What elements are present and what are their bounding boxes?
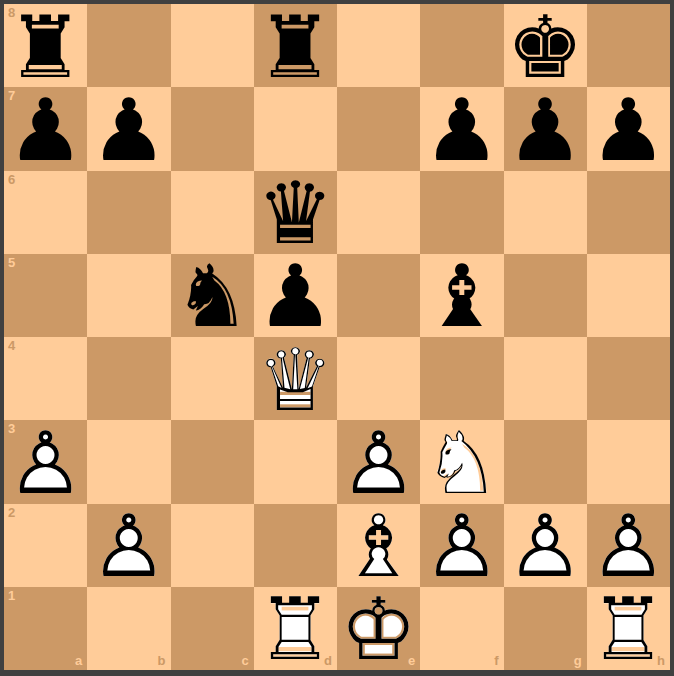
square-a3[interactable]: 3♟♙ [4,420,87,503]
square-e2[interactable]: ♝♗ [337,504,420,587]
white-piece-fill: ♞ [420,421,503,504]
file-label-f: f [494,653,498,668]
square-f6[interactable] [420,171,503,254]
square-e4[interactable] [337,337,420,420]
white-piece-fill: ♝ [337,505,420,588]
piece-black-queen[interactable]: ♛ [254,171,337,254]
square-h3[interactable] [587,420,670,503]
square-g3[interactable] [504,420,587,503]
black-piece-glyph: ♚ [504,5,587,88]
black-piece-glyph: ♟ [504,88,587,171]
square-c3[interactable] [171,420,254,503]
square-g8[interactable]: ♚ [504,4,587,87]
white-piece-outline: ♖ [254,588,337,671]
rank-label-5: 5 [8,255,15,270]
square-g4[interactable] [504,337,587,420]
white-piece-fill: ♟ [87,505,170,588]
piece-white-queen[interactable]: ♛♕ [254,337,337,420]
square-h1[interactable]: h♜♖ [587,587,670,670]
white-piece-fill: ♜ [587,588,670,671]
black-piece-glyph: ♜ [4,5,87,88]
square-e5[interactable] [337,254,420,337]
piece-black-pawn[interactable]: ♟ [254,254,337,337]
square-a1[interactable]: 1a [4,587,87,670]
square-d8[interactable]: ♜ [254,4,337,87]
piece-black-rook[interactable]: ♜ [254,4,337,87]
white-piece-outline: ♙ [4,421,87,504]
square-d3[interactable] [254,420,337,503]
square-d2[interactable] [254,504,337,587]
piece-black-bishop[interactable]: ♝ [420,254,503,337]
square-f3[interactable]: ♞♘ [420,420,503,503]
white-piece-outline: ♘ [420,421,503,504]
white-piece-fill: ♟ [337,421,420,504]
piece-white-rook[interactable]: ♜♖ [254,587,337,670]
file-label-g: g [574,653,582,668]
piece-white-rook[interactable]: ♜♖ [587,587,670,670]
piece-white-pawn[interactable]: ♟♙ [504,504,587,587]
white-piece-fill: ♟ [504,505,587,588]
square-h7[interactable]: ♟ [587,87,670,170]
square-c2[interactable] [171,504,254,587]
square-a6[interactable]: 6 [4,171,87,254]
square-e1[interactable]: e♚♔ [337,587,420,670]
file-label-a: a [75,653,82,668]
square-d1[interactable]: d♜♖ [254,587,337,670]
square-f4[interactable] [420,337,503,420]
piece-white-pawn[interactable]: ♟♙ [420,504,503,587]
black-piece-glyph: ♟ [87,88,170,171]
black-piece-glyph: ♟ [254,255,337,338]
square-a4[interactable]: 4 [4,337,87,420]
piece-black-knight[interactable]: ♞ [171,254,254,337]
square-e7[interactable] [337,87,420,170]
black-piece-glyph: ♟ [587,88,670,171]
white-piece-fill: ♟ [587,505,670,588]
piece-black-king[interactable]: ♚ [504,4,587,87]
square-h2[interactable]: ♟♙ [587,504,670,587]
square-c4[interactable] [171,337,254,420]
white-piece-outline: ♙ [587,505,670,588]
rank-label-1: 1 [8,588,15,603]
white-piece-outline: ♙ [337,421,420,504]
square-b1[interactable]: b [87,587,170,670]
square-g5[interactable] [504,254,587,337]
square-f5[interactable]: ♝ [420,254,503,337]
black-piece-glyph: ♝ [420,255,503,338]
square-h6[interactable] [587,171,670,254]
square-c7[interactable] [171,87,254,170]
black-piece-glyph: ♜ [254,5,337,88]
piece-black-rook[interactable]: ♜ [4,4,87,87]
square-c6[interactable] [171,171,254,254]
square-b2[interactable]: ♟♙ [87,504,170,587]
white-piece-fill: ♟ [4,421,87,504]
piece-white-pawn[interactable]: ♟♙ [587,504,670,587]
square-c8[interactable] [171,4,254,87]
piece-white-pawn[interactable]: ♟♙ [87,504,170,587]
square-c1[interactable]: c [171,587,254,670]
square-b4[interactable] [87,337,170,420]
square-d5[interactable]: ♟ [254,254,337,337]
piece-black-pawn[interactable]: ♟ [420,87,503,170]
square-b6[interactable] [87,171,170,254]
square-d7[interactable] [254,87,337,170]
square-a2[interactable]: 2 [4,504,87,587]
square-f1[interactable]: f [420,587,503,670]
square-a5[interactable]: 5 [4,254,87,337]
white-piece-outline: ♖ [587,588,670,671]
square-g2[interactable]: ♟♙ [504,504,587,587]
square-b3[interactable] [87,420,170,503]
white-piece-fill: ♛ [254,338,337,421]
piece-white-knight[interactable]: ♞♘ [420,420,503,503]
file-label-c: c [242,653,249,668]
black-piece-glyph: ♛ [254,172,337,255]
square-g7[interactable]: ♟ [504,87,587,170]
square-b5[interactable] [87,254,170,337]
white-piece-outline: ♙ [504,505,587,588]
black-piece-glyph: ♞ [171,255,254,338]
white-piece-outline: ♕ [254,338,337,421]
piece-black-pawn[interactable]: ♟ [587,87,670,170]
piece-white-pawn[interactable]: ♟♙ [4,420,87,503]
piece-black-pawn[interactable]: ♟ [87,87,170,170]
white-piece-fill: ♟ [420,505,503,588]
square-f2[interactable]: ♟♙ [420,504,503,587]
white-piece-outline: ♗ [337,505,420,588]
piece-black-pawn[interactable]: ♟ [504,87,587,170]
rank-label-2: 2 [8,505,15,520]
board-frame: 8♜♜♚7♟♟♟♟♟6♛5♞♟♝4♛♕3♟♙♟♙♞♘2♟♙♝♗♟♙♟♙♟♙1ab… [0,0,674,676]
square-d4[interactable]: ♛♕ [254,337,337,420]
square-b7[interactable]: ♟ [87,87,170,170]
square-g1[interactable]: g [504,587,587,670]
piece-white-bishop[interactable]: ♝♗ [337,504,420,587]
square-b8[interactable] [87,4,170,87]
square-h5[interactable] [587,254,670,337]
square-d6[interactable]: ♛ [254,171,337,254]
chess-board: 8♜♜♚7♟♟♟♟♟6♛5♞♟♝4♛♕3♟♙♟♙♞♘2♟♙♝♗♟♙♟♙♟♙1ab… [4,4,670,670]
square-e8[interactable] [337,4,420,87]
file-label-b: b [158,653,166,668]
square-a7[interactable]: 7♟ [4,87,87,170]
rank-label-4: 4 [8,338,15,353]
white-piece-outline: ♙ [420,505,503,588]
square-a8[interactable]: 8♜ [4,4,87,87]
black-piece-glyph: ♟ [4,88,87,171]
white-piece-outline: ♙ [87,505,170,588]
white-piece-fill: ♚ [337,588,420,671]
square-h8[interactable] [587,4,670,87]
piece-white-pawn[interactable]: ♟♙ [337,420,420,503]
square-f7[interactable]: ♟ [420,87,503,170]
piece-black-pawn[interactable]: ♟ [4,87,87,170]
square-f8[interactable] [420,4,503,87]
rank-label-6: 6 [8,172,15,187]
white-piece-outline: ♔ [337,588,420,671]
square-c5[interactable]: ♞ [171,254,254,337]
square-g6[interactable] [504,171,587,254]
square-e3[interactable]: ♟♙ [337,420,420,503]
black-piece-glyph: ♟ [420,88,503,171]
white-piece-fill: ♜ [254,588,337,671]
square-h4[interactable] [587,337,670,420]
piece-white-king[interactable]: ♚♔ [337,587,420,670]
square-e6[interactable] [337,171,420,254]
